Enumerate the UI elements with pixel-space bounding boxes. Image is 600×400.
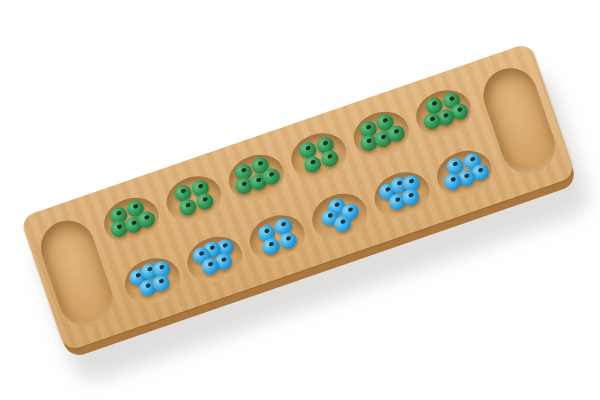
pit-bottom-5[interactable] <box>368 165 435 225</box>
pit-bottom-4[interactable] <box>306 187 373 247</box>
pit-top-3[interactable] <box>223 148 290 208</box>
pit-bottom-6[interactable] <box>431 144 498 204</box>
pit-top-6[interactable] <box>410 83 477 143</box>
photo-background <box>0 0 600 400</box>
pit-top-2[interactable] <box>160 169 227 229</box>
pit-bottom-2[interactable] <box>181 230 248 290</box>
pit-top-4[interactable] <box>285 126 352 186</box>
pit-bottom-3[interactable] <box>244 208 311 268</box>
pit-top-1[interactable] <box>98 191 165 251</box>
pit-top-5[interactable] <box>348 105 415 165</box>
pit-bottom-1[interactable] <box>119 251 186 311</box>
